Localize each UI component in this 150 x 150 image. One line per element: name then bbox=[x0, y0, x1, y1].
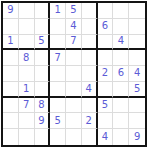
cell-r4c1[interactable] bbox=[3, 50, 19, 66]
cell-r2c1[interactable] bbox=[3, 19, 19, 35]
cell-r2c2[interactable] bbox=[19, 19, 35, 35]
cell-r5c2[interactable] bbox=[19, 66, 35, 82]
cell-r1c2[interactable] bbox=[19, 3, 35, 19]
cell-r7c8[interactable] bbox=[113, 98, 129, 114]
cell-r7c2[interactable]: 7 bbox=[19, 98, 35, 114]
cell-r9c1[interactable] bbox=[3, 129, 19, 145]
cell-r8c7[interactable] bbox=[98, 113, 114, 129]
cell-r7c1[interactable] bbox=[3, 98, 19, 114]
cell-r8c2[interactable] bbox=[19, 113, 35, 129]
cell-r6c6[interactable]: 4 bbox=[82, 82, 98, 98]
cell-r7c6[interactable] bbox=[82, 98, 98, 114]
cell-r4c3[interactable] bbox=[35, 50, 51, 66]
cell-r5c5[interactable] bbox=[66, 66, 82, 82]
cell-r2c5[interactable]: 4 bbox=[66, 19, 82, 35]
cell-r7c5[interactable] bbox=[66, 98, 82, 114]
cell-r6c3[interactable] bbox=[35, 82, 51, 98]
cell-r4c6[interactable] bbox=[82, 50, 98, 66]
cell-r7c9[interactable] bbox=[129, 98, 145, 114]
cell-r5c9[interactable]: 4 bbox=[129, 66, 145, 82]
cell-r1c3[interactable] bbox=[35, 3, 51, 19]
cell-r2c8[interactable] bbox=[113, 19, 129, 35]
cell-r9c2[interactable] bbox=[19, 129, 35, 145]
cell-r5c4[interactable] bbox=[50, 66, 66, 82]
cell-r1c5[interactable]: 5 bbox=[66, 3, 82, 19]
cell-r5c3[interactable] bbox=[35, 66, 51, 82]
cell-r9c8[interactable] bbox=[113, 129, 129, 145]
cell-r2c6[interactable] bbox=[82, 19, 98, 35]
cell-r1c7[interactable] bbox=[98, 3, 114, 19]
cell-r6c4[interactable] bbox=[50, 82, 66, 98]
cell-r2c3[interactable] bbox=[35, 19, 51, 35]
sudoku-board: 9154615748726414578595249 bbox=[1, 1, 147, 147]
cell-r8c9[interactable] bbox=[129, 113, 145, 129]
cell-r3c8[interactable]: 4 bbox=[113, 35, 129, 51]
cell-r3c4[interactable] bbox=[50, 35, 66, 51]
cell-r3c5[interactable]: 7 bbox=[66, 35, 82, 51]
sudoku-board-container: 9154615748726414578595249 bbox=[1, 1, 147, 147]
cell-r6c8[interactable] bbox=[113, 82, 129, 98]
cell-r4c7[interactable] bbox=[98, 50, 114, 66]
cell-r1c1[interactable]: 9 bbox=[3, 3, 19, 19]
cell-r4c9[interactable] bbox=[129, 50, 145, 66]
cell-r1c8[interactable] bbox=[113, 3, 129, 19]
cell-r8c1[interactable] bbox=[3, 113, 19, 129]
cell-r6c2[interactable]: 1 bbox=[19, 82, 35, 98]
cell-r3c2[interactable] bbox=[19, 35, 35, 51]
cell-r7c7[interactable]: 5 bbox=[98, 98, 114, 114]
cell-r7c3[interactable]: 8 bbox=[35, 98, 51, 114]
cell-r2c4[interactable] bbox=[50, 19, 66, 35]
cell-r5c8[interactable]: 6 bbox=[113, 66, 129, 82]
cell-r8c8[interactable] bbox=[113, 113, 129, 129]
cell-r9c7[interactable]: 4 bbox=[98, 129, 114, 145]
cell-r8c4[interactable]: 5 bbox=[50, 113, 66, 129]
cell-r6c5[interactable] bbox=[66, 82, 82, 98]
cell-r2c9[interactable] bbox=[129, 19, 145, 35]
cell-r5c6[interactable] bbox=[82, 66, 98, 82]
cell-r7c4[interactable] bbox=[50, 98, 66, 114]
cell-r5c1[interactable] bbox=[3, 66, 19, 82]
cell-r3c3[interactable]: 5 bbox=[35, 35, 51, 51]
cell-r6c1[interactable] bbox=[3, 82, 19, 98]
cell-r8c3[interactable]: 9 bbox=[35, 113, 51, 129]
cell-r9c9[interactable]: 9 bbox=[129, 129, 145, 145]
cell-r9c4[interactable] bbox=[50, 129, 66, 145]
cell-r3c6[interactable] bbox=[82, 35, 98, 51]
cell-r8c5[interactable] bbox=[66, 113, 82, 129]
cell-r3c7[interactable] bbox=[98, 35, 114, 51]
cell-r4c2[interactable]: 8 bbox=[19, 50, 35, 66]
cell-r9c6[interactable] bbox=[82, 129, 98, 145]
cell-r9c5[interactable] bbox=[66, 129, 82, 145]
cell-r6c7[interactable] bbox=[98, 82, 114, 98]
cell-r4c8[interactable] bbox=[113, 50, 129, 66]
cell-r2c7[interactable]: 6 bbox=[98, 19, 114, 35]
cell-r4c5[interactable] bbox=[66, 50, 82, 66]
cell-r5c7[interactable]: 2 bbox=[98, 66, 114, 82]
cell-r3c9[interactable] bbox=[129, 35, 145, 51]
cell-r8c6[interactable]: 2 bbox=[82, 113, 98, 129]
cell-r3c1[interactable]: 1 bbox=[3, 35, 19, 51]
cell-r6c9[interactable]: 5 bbox=[129, 82, 145, 98]
cell-r1c9[interactable] bbox=[129, 3, 145, 19]
cell-r1c6[interactable] bbox=[82, 3, 98, 19]
cell-r1c4[interactable]: 1 bbox=[50, 3, 66, 19]
cell-r4c4[interactable]: 7 bbox=[50, 50, 66, 66]
cell-r9c3[interactable] bbox=[35, 129, 51, 145]
